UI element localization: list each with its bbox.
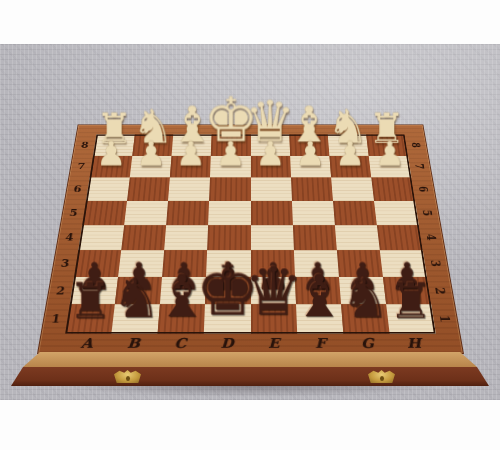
rank-label-left-2-text: 2 (55, 284, 66, 296)
square-a1[interactable]: ♜ (65, 305, 115, 334)
photo-area: 8♜♞♝♚♛♝♞♜87♟♟♟♟♟♟♟♟7665544332♟♟♟♟♟♟♟♟21♜… (0, 44, 500, 400)
file-label-h-text: H (406, 335, 422, 351)
file-label-f: F (297, 334, 345, 353)
square-a5[interactable] (82, 201, 127, 225)
chess-board: 8♜♞♝♚♛♝♞♜87♟♟♟♟♟♟♟♟7665544332♟♟♟♟♟♟♟♟21♜… (37, 124, 464, 354)
box-shadow (4, 385, 496, 400)
square-e6[interactable] (251, 178, 292, 201)
square-a6[interactable] (86, 178, 130, 201)
square-h5[interactable] (374, 201, 419, 225)
piece-white-P-e7[interactable]: ♟ (255, 139, 285, 170)
piece-white-P-c7[interactable]: ♟ (175, 139, 205, 170)
file-label-e-text: E (268, 335, 280, 351)
square-f7[interactable]: ♟ (290, 156, 331, 178)
file-label-d-text: D (220, 335, 233, 351)
square-b5[interactable] (124, 201, 168, 225)
square-e1[interactable]: ♛ (251, 305, 297, 334)
file-label-a-text: A (80, 335, 94, 351)
frame-corner-bottom-left (38, 334, 65, 353)
square-a4[interactable] (78, 225, 124, 250)
rank-label-right-6-text: 6 (417, 186, 431, 192)
rank-label-right-3-text: 3 (428, 260, 443, 267)
square-g5[interactable] (333, 201, 377, 225)
rank-label-left-7-text: 7 (77, 162, 86, 172)
bottom-white-band (0, 400, 500, 450)
square-d6[interactable] (209, 178, 250, 201)
square-b4[interactable] (121, 225, 166, 250)
square-g7[interactable]: ♟ (329, 156, 371, 178)
rank-label-right-5: 5 (415, 201, 440, 225)
square-b6[interactable] (127, 178, 170, 201)
square-h7[interactable]: ♟ (369, 156, 412, 178)
rank-label-right-7-text: 7 (413, 164, 427, 170)
piece-black-R-a1[interactable]: ♜ (68, 278, 112, 323)
piece-black-N-b1[interactable]: ♞ (111, 273, 160, 323)
square-e5[interactable] (251, 201, 293, 225)
file-label-g-text: G (360, 335, 374, 351)
file-label-e: E (251, 334, 298, 353)
frame-corner-top-right (403, 125, 424, 134)
piece-white-P-a7[interactable]: ♟ (96, 139, 126, 170)
piece-black-Q-e1[interactable]: ♛ (244, 262, 303, 323)
rank-label-right-8: 8 (405, 134, 428, 155)
square-h6[interactable] (371, 178, 415, 201)
square-c7[interactable]: ♟ (170, 156, 211, 178)
square-e7[interactable]: ♟ (251, 156, 291, 178)
piece-white-P-f7[interactable]: ♟ (295, 139, 325, 170)
rank-label-left-1: 1 (42, 305, 70, 334)
top-white-band (0, 0, 500, 44)
square-e4[interactable] (251, 225, 294, 250)
square-g4[interactable] (335, 225, 380, 250)
square-d5[interactable] (208, 201, 250, 225)
square-f6[interactable] (291, 178, 333, 201)
box-oak-edge (0, 352, 500, 367)
square-c6[interactable] (168, 178, 210, 201)
piece-white-P-d7[interactable]: ♟ (215, 139, 245, 170)
square-f4[interactable] (293, 225, 337, 250)
rank-label-left-4-text: 4 (64, 232, 74, 243)
square-d7[interactable]: ♟ (210, 156, 250, 178)
file-label-g: G (343, 334, 392, 353)
file-label-b: B (109, 334, 158, 353)
file-label-a: A (62, 334, 111, 353)
piece-white-P-h7[interactable]: ♟ (375, 139, 405, 170)
frame-corner-bottom-right (436, 334, 463, 353)
rank-label-right-4: 4 (419, 225, 445, 250)
piece-white-P-b7[interactable]: ♟ (136, 139, 166, 170)
brass-clasp-right-icon (368, 370, 395, 383)
square-b7[interactable]: ♟ (130, 156, 172, 178)
piece-black-N-g1[interactable]: ♞ (341, 273, 390, 323)
rank-label-right-8-text: 8 (410, 142, 423, 148)
piece-black-R-h1[interactable]: ♜ (389, 278, 433, 323)
square-c5[interactable] (166, 201, 209, 225)
piece-black-B-c1[interactable]: ♝ (155, 269, 207, 323)
square-g1[interactable]: ♞ (341, 305, 390, 334)
file-label-b-text: B (127, 335, 141, 351)
square-f5[interactable] (292, 201, 335, 225)
rank-label-right-5-text: 5 (420, 210, 434, 216)
piece-white-P-g7[interactable]: ♟ (335, 139, 365, 170)
rank-label-right-7: 7 (408, 156, 432, 178)
rank-label-left-8-text: 8 (80, 140, 89, 149)
rank-label-right-2-text: 2 (433, 287, 448, 294)
brass-clasp-left-icon (114, 370, 141, 383)
photo-canvas: 8♜♞♝♚♛♝♞♜87♟♟♟♟♟♟♟♟7665544332♟♟♟♟♟♟♟♟21♜… (0, 0, 500, 450)
rank-label-left-1-text: 1 (50, 313, 61, 326)
square-c4[interactable] (164, 225, 208, 250)
rank-label-right-6: 6 (411, 178, 436, 201)
file-label-f-text: F (315, 335, 326, 351)
square-h1[interactable]: ♜ (386, 305, 436, 334)
square-h4[interactable] (377, 225, 423, 250)
rank-label-right-1-text: 1 (437, 315, 453, 323)
file-label-h: H (389, 334, 438, 353)
rank-label-right-1: 1 (431, 305, 459, 334)
box-front-face (0, 367, 500, 386)
file-label-c: C (156, 334, 204, 353)
file-label-d: D (203, 334, 250, 353)
file-label-c-text: C (174, 335, 187, 351)
board-scene: 8♜♞♝♚♛♝♞♜87♟♟♟♟♟♟♟♟7665544332♟♟♟♟♟♟♟♟21♜… (0, 44, 500, 400)
rank-label-right-4-text: 4 (424, 234, 439, 241)
rank-label-left-6-text: 6 (73, 184, 82, 194)
rank-label-left-5-text: 5 (69, 208, 79, 218)
square-g6[interactable] (331, 178, 374, 201)
rank-label-left-3-text: 3 (60, 258, 70, 269)
square-a7[interactable]: ♟ (90, 156, 133, 178)
square-d4[interactable] (207, 225, 250, 250)
square-b1[interactable]: ♞ (112, 305, 161, 334)
square-c1[interactable]: ♝ (158, 305, 205, 334)
